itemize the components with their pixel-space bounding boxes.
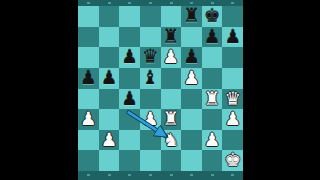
square-c5[interactable] — [119, 68, 140, 89]
piece-white-pawn-f5[interactable]: ♟ — [183, 68, 200, 89]
square-a3[interactable]: ♟ — [78, 109, 99, 130]
piece-white-king-h1[interactable]: ♚ — [224, 150, 241, 171]
square-c2[interactable] — [119, 130, 140, 151]
square-d2[interactable] — [140, 130, 161, 151]
piece-black-pawn-h7[interactable]: ♟ — [224, 27, 241, 48]
piece-black-bishop-d5[interactable]: ♝ — [142, 68, 159, 89]
square-b1[interactable] — [99, 150, 120, 171]
square-f8[interactable]: ♜ — [181, 6, 202, 27]
chess-board: ♜♚♜♟♟♟♛♟♟♟♟♝♟♟♜♛♟♟♜♟♟♞♟♚ — [78, 6, 243, 171]
piece-black-pawn-b5[interactable]: ♟ — [101, 68, 118, 89]
piece-black-pawn-a5[interactable]: ♟ — [80, 68, 97, 89]
square-a1[interactable] — [78, 150, 99, 171]
square-b8[interactable] — [99, 6, 120, 27]
piece-white-rook-g4[interactable]: ♜ — [204, 89, 221, 110]
square-c8[interactable] — [119, 6, 140, 27]
piece-white-knight-e2[interactable]: ♞ — [163, 130, 180, 151]
square-h1[interactable]: ♚ — [222, 150, 243, 171]
square-c6[interactable]: ♟ — [119, 47, 140, 68]
square-e5[interactable] — [161, 68, 182, 89]
square-e8[interactable] — [161, 6, 182, 27]
square-a6[interactable] — [78, 47, 99, 68]
square-f3[interactable] — [181, 109, 202, 130]
square-b4[interactable] — [99, 89, 120, 110]
square-h2[interactable] — [222, 130, 243, 151]
square-c1[interactable] — [119, 150, 140, 171]
square-a4[interactable] — [78, 89, 99, 110]
piece-black-king-g8[interactable]: ♚ — [204, 6, 221, 27]
page-background: ♜♚♜♟♟♟♛♟♟♟♟♝♟♟♜♛♟♟♜♟♟♞♟♚ — [0, 0, 320, 180]
square-e2[interactable]: ♞ — [161, 130, 182, 151]
piece-white-pawn-g2[interactable]: ♟ — [204, 130, 221, 151]
piece-white-rook-e3[interactable]: ♜ — [163, 109, 180, 130]
piece-black-rook-f8[interactable]: ♜ — [183, 6, 200, 27]
square-d5[interactable]: ♝ — [140, 68, 161, 89]
piece-black-pawn-c6[interactable]: ♟ — [121, 47, 138, 68]
square-g4[interactable]: ♜ — [202, 89, 223, 110]
square-b2[interactable]: ♟ — [99, 130, 120, 151]
square-e1[interactable] — [161, 150, 182, 171]
bottom-coordinate-strip — [78, 171, 243, 180]
piece-black-rook-e7[interactable]: ♜ — [163, 27, 180, 48]
piece-white-queen-h4[interactable]: ♛ — [224, 89, 241, 110]
coordinate-ticks — [78, 2, 243, 4]
square-a5[interactable]: ♟ — [78, 68, 99, 89]
piece-black-queen-d6[interactable]: ♛ — [142, 47, 159, 68]
square-f4[interactable] — [181, 89, 202, 110]
square-e7[interactable]: ♜ — [161, 27, 182, 48]
square-d1[interactable] — [140, 150, 161, 171]
square-f1[interactable] — [181, 150, 202, 171]
square-h7[interactable]: ♟ — [222, 27, 243, 48]
square-f7[interactable] — [181, 27, 202, 48]
square-b5[interactable]: ♟ — [99, 68, 120, 89]
square-g8[interactable]: ♚ — [202, 6, 223, 27]
square-g5[interactable] — [202, 68, 223, 89]
square-c7[interactable] — [119, 27, 140, 48]
square-d8[interactable] — [140, 6, 161, 27]
square-f6[interactable]: ♟ — [181, 47, 202, 68]
piece-white-pawn-h3[interactable]: ♟ — [224, 109, 241, 130]
square-h5[interactable] — [222, 68, 243, 89]
board-frame: ♜♚♜♟♟♟♛♟♟♟♟♝♟♟♜♛♟♟♜♟♟♞♟♚ — [78, 0, 243, 180]
square-b6[interactable] — [99, 47, 120, 68]
square-g6[interactable] — [202, 47, 223, 68]
square-a2[interactable] — [78, 130, 99, 151]
square-g2[interactable]: ♟ — [202, 130, 223, 151]
piece-white-pawn-b2[interactable]: ♟ — [101, 130, 118, 151]
piece-white-pawn-d3[interactable]: ♟ — [142, 109, 159, 130]
square-a7[interactable] — [78, 27, 99, 48]
square-e3[interactable]: ♜ — [161, 109, 182, 130]
piece-white-pawn-a3[interactable]: ♟ — [80, 109, 97, 130]
square-b3[interactable] — [99, 109, 120, 130]
square-d3[interactable]: ♟ — [140, 109, 161, 130]
square-c4[interactable]: ♟ — [119, 89, 140, 110]
square-d7[interactable] — [140, 27, 161, 48]
square-h3[interactable]: ♟ — [222, 109, 243, 130]
square-d6[interactable]: ♛ — [140, 47, 161, 68]
piece-black-pawn-g7[interactable]: ♟ — [204, 27, 221, 48]
square-h8[interactable] — [222, 6, 243, 27]
square-g3[interactable] — [202, 109, 223, 130]
coordinate-ticks — [78, 174, 243, 176]
square-f2[interactable] — [181, 130, 202, 151]
piece-white-pawn-e6[interactable]: ♟ — [163, 47, 180, 68]
piece-black-pawn-c4[interactable]: ♟ — [121, 89, 138, 110]
square-a8[interactable] — [78, 6, 99, 27]
square-h6[interactable] — [222, 47, 243, 68]
square-h4[interactable]: ♛ — [222, 89, 243, 110]
square-b7[interactable] — [99, 27, 120, 48]
square-e6[interactable]: ♟ — [161, 47, 182, 68]
piece-black-pawn-f6[interactable]: ♟ — [183, 47, 200, 68]
square-c3[interactable] — [119, 109, 140, 130]
square-g1[interactable] — [202, 150, 223, 171]
square-e4[interactable] — [161, 89, 182, 110]
square-f5[interactable]: ♟ — [181, 68, 202, 89]
square-g7[interactable]: ♟ — [202, 27, 223, 48]
square-d4[interactable] — [140, 89, 161, 110]
